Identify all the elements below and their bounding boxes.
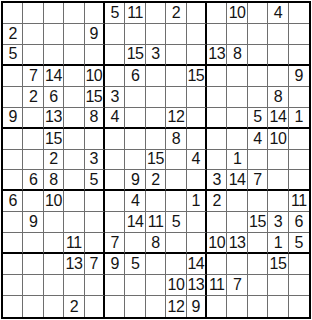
given-cell: 13 xyxy=(64,254,84,275)
empty-cell[interactable] xyxy=(146,3,166,24)
empty-cell[interactable] xyxy=(64,45,84,66)
empty-cell[interactable] xyxy=(64,66,84,87)
empty-cell[interactable] xyxy=(289,150,309,171)
given-cell: 9 xyxy=(125,170,145,191)
given-cell: 15 xyxy=(248,212,268,233)
given-cell: 15 xyxy=(125,45,145,66)
given-cell: 6 xyxy=(23,170,43,191)
empty-cell[interactable] xyxy=(64,129,84,150)
empty-cell[interactable] xyxy=(248,275,268,296)
given-cell: 4 xyxy=(268,3,288,24)
empty-cell[interactable] xyxy=(146,24,166,45)
empty-cell[interactable] xyxy=(125,296,145,317)
empty-cell[interactable] xyxy=(64,150,84,171)
given-cell: 9 xyxy=(3,108,23,129)
empty-cell[interactable] xyxy=(64,170,84,191)
empty-cell[interactable] xyxy=(187,45,207,66)
empty-cell[interactable] xyxy=(227,191,247,212)
given-cell: 4 xyxy=(187,150,207,171)
given-cell: 5 xyxy=(248,108,268,129)
empty-cell[interactable] xyxy=(105,212,125,233)
given-cell: 8 xyxy=(44,170,64,191)
empty-cell[interactable] xyxy=(187,129,207,150)
given-cell: 11 xyxy=(64,233,84,254)
given-cell: 10 xyxy=(227,3,247,24)
empty-cell[interactable] xyxy=(23,3,43,24)
given-cell: 14 xyxy=(125,212,145,233)
empty-cell[interactable] xyxy=(146,191,166,212)
empty-cell[interactable] xyxy=(227,254,247,275)
empty-cell[interactable] xyxy=(166,170,186,191)
empty-cell[interactable] xyxy=(248,24,268,45)
empty-cell[interactable] xyxy=(268,170,288,191)
empty-cell[interactable] xyxy=(248,233,268,254)
given-cell: 10 xyxy=(85,66,105,87)
given-cell: 6 xyxy=(289,212,309,233)
empty-cell[interactable] xyxy=(227,24,247,45)
empty-cell[interactable] xyxy=(23,254,43,275)
given-cell: 15 xyxy=(85,87,105,108)
given-cell: 7 xyxy=(85,254,105,275)
given-cell: 7 xyxy=(23,66,43,87)
empty-cell[interactable] xyxy=(207,129,227,150)
empty-cell[interactable] xyxy=(105,66,125,87)
empty-cell[interactable] xyxy=(125,233,145,254)
given-cell: 12 xyxy=(166,108,186,129)
empty-cell[interactable] xyxy=(64,24,84,45)
given-cell: 9 xyxy=(85,24,105,45)
empty-cell[interactable] xyxy=(268,150,288,171)
given-cell: 1 xyxy=(187,191,207,212)
given-cell: 7 xyxy=(248,170,268,191)
empty-cell[interactable] xyxy=(166,233,186,254)
empty-cell[interactable] xyxy=(187,3,207,24)
empty-cell[interactable] xyxy=(23,275,43,296)
empty-cell[interactable] xyxy=(268,191,288,212)
empty-cell[interactable] xyxy=(289,275,309,296)
empty-cell[interactable] xyxy=(64,108,84,129)
empty-cell[interactable] xyxy=(207,3,227,24)
empty-cell[interactable] xyxy=(227,129,247,150)
given-cell: 13 xyxy=(227,233,247,254)
given-cell: 8 xyxy=(268,87,288,108)
empty-cell[interactable] xyxy=(23,45,43,66)
empty-cell[interactable] xyxy=(146,66,166,87)
given-cell: 13 xyxy=(44,108,64,129)
empty-cell[interactable] xyxy=(3,66,23,87)
empty-cell[interactable] xyxy=(146,254,166,275)
empty-cell[interactable] xyxy=(85,275,105,296)
given-cell: 15 xyxy=(146,150,166,171)
given-cell: 8 xyxy=(166,129,186,150)
given-cell: 4 xyxy=(248,129,268,150)
empty-cell[interactable] xyxy=(3,212,23,233)
empty-cell[interactable] xyxy=(85,233,105,254)
empty-cell[interactable] xyxy=(85,296,105,317)
empty-cell[interactable] xyxy=(44,233,64,254)
empty-cell[interactable] xyxy=(207,296,227,317)
given-cell: 2 xyxy=(44,150,64,171)
empty-cell[interactable] xyxy=(105,45,125,66)
empty-cell[interactable] xyxy=(187,233,207,254)
empty-cell[interactable] xyxy=(125,129,145,150)
empty-cell[interactable] xyxy=(268,66,288,87)
empty-cell[interactable] xyxy=(85,45,105,66)
empty-cell[interactable] xyxy=(248,150,268,171)
empty-cell[interactable] xyxy=(166,24,186,45)
empty-cell[interactable] xyxy=(227,66,247,87)
empty-cell[interactable] xyxy=(166,66,186,87)
given-cell: 13 xyxy=(187,275,207,296)
empty-cell[interactable] xyxy=(105,129,125,150)
empty-cell[interactable] xyxy=(166,254,186,275)
given-cell: 14 xyxy=(187,254,207,275)
given-cell: 5 xyxy=(289,233,309,254)
given-cell: 15 xyxy=(44,129,64,150)
empty-cell[interactable] xyxy=(207,108,227,129)
given-cell: 1 xyxy=(268,233,288,254)
given-cell: 8 xyxy=(85,108,105,129)
given-cell: 3 xyxy=(207,170,227,191)
given-cell: 11 xyxy=(146,212,166,233)
empty-cell[interactable] xyxy=(227,296,247,317)
given-cell: 14 xyxy=(268,108,288,129)
empty-cell[interactable] xyxy=(248,66,268,87)
empty-cell[interactable] xyxy=(125,87,145,108)
empty-cell[interactable] xyxy=(268,275,288,296)
given-cell: 3 xyxy=(268,212,288,233)
empty-cell[interactable] xyxy=(268,24,288,45)
given-cell: 10 xyxy=(166,275,186,296)
given-cell: 6 xyxy=(125,66,145,87)
empty-cell[interactable] xyxy=(23,233,43,254)
given-cell: 10 xyxy=(207,233,227,254)
empty-cell[interactable] xyxy=(105,275,125,296)
given-cell: 7 xyxy=(227,275,247,296)
empty-cell[interactable] xyxy=(44,24,64,45)
empty-cell[interactable] xyxy=(3,233,23,254)
empty-cell[interactable] xyxy=(289,3,309,24)
empty-cell[interactable] xyxy=(268,296,288,317)
empty-cell[interactable] xyxy=(3,296,23,317)
empty-cell[interactable] xyxy=(23,129,43,150)
empty-cell[interactable] xyxy=(187,24,207,45)
empty-cell[interactable] xyxy=(227,212,247,233)
empty-cell[interactable] xyxy=(227,108,247,129)
given-cell: 9 xyxy=(105,254,125,275)
given-cell: 8 xyxy=(146,233,166,254)
empty-cell[interactable] xyxy=(166,45,186,66)
given-cell: 3 xyxy=(105,87,125,108)
empty-cell[interactable] xyxy=(289,87,309,108)
empty-cell[interactable] xyxy=(146,87,166,108)
given-cell: 15 xyxy=(187,66,207,87)
empty-cell[interactable] xyxy=(289,129,309,150)
given-cell: 2 xyxy=(207,191,227,212)
empty-cell[interactable] xyxy=(105,191,125,212)
given-cell: 5 xyxy=(105,3,125,24)
empty-cell[interactable] xyxy=(166,150,186,171)
given-cell: 4 xyxy=(125,191,145,212)
given-cell: 11 xyxy=(125,3,145,24)
empty-cell[interactable] xyxy=(105,24,125,45)
empty-cell[interactable] xyxy=(125,150,145,171)
empty-cell[interactable] xyxy=(85,191,105,212)
empty-cell[interactable] xyxy=(268,45,288,66)
empty-cell[interactable] xyxy=(248,191,268,212)
empty-cell[interactable] xyxy=(23,24,43,45)
given-cell: 7 xyxy=(105,233,125,254)
empty-cell[interactable] xyxy=(85,129,105,150)
given-cell: 2 xyxy=(146,170,166,191)
empty-cell[interactable] xyxy=(44,254,64,275)
given-cell: 2 xyxy=(64,296,84,317)
given-cell: 6 xyxy=(3,191,23,212)
empty-cell[interactable] xyxy=(187,87,207,108)
empty-cell[interactable] xyxy=(23,296,43,317)
given-cell: 3 xyxy=(146,45,166,66)
empty-cell[interactable] xyxy=(289,24,309,45)
empty-cell[interactable] xyxy=(64,191,84,212)
given-cell: 8 xyxy=(227,45,247,66)
empty-cell[interactable] xyxy=(146,129,166,150)
empty-cell[interactable] xyxy=(85,3,105,24)
empty-cell[interactable] xyxy=(64,275,84,296)
given-cell: 5 xyxy=(125,254,145,275)
empty-cell[interactable] xyxy=(125,275,145,296)
given-cell: 1 xyxy=(227,150,247,171)
empty-cell[interactable] xyxy=(105,296,125,317)
empty-cell[interactable] xyxy=(146,108,166,129)
empty-cell[interactable] xyxy=(23,108,43,129)
empty-cell[interactable] xyxy=(64,87,84,108)
given-cell: 4 xyxy=(105,108,125,129)
given-cell: 6 xyxy=(44,87,64,108)
given-cell: 11 xyxy=(207,275,227,296)
empty-cell[interactable] xyxy=(248,254,268,275)
empty-cell[interactable] xyxy=(3,129,23,150)
empty-cell[interactable] xyxy=(207,212,227,233)
empty-cell[interactable] xyxy=(248,3,268,24)
empty-cell[interactable] xyxy=(289,170,309,191)
given-cell: 15 xyxy=(268,254,288,275)
given-cell: 9 xyxy=(187,296,207,317)
given-cell: 10 xyxy=(44,191,64,212)
given-cell: 3 xyxy=(85,150,105,171)
empty-cell[interactable] xyxy=(105,150,125,171)
empty-cell[interactable] xyxy=(3,87,23,108)
empty-cell[interactable] xyxy=(3,275,23,296)
empty-cell[interactable] xyxy=(125,108,145,129)
empty-cell[interactable] xyxy=(3,170,23,191)
given-cell: 1 xyxy=(289,108,309,129)
given-cell: 10 xyxy=(268,129,288,150)
empty-cell[interactable] xyxy=(187,108,207,129)
empty-cell[interactable] xyxy=(3,3,23,24)
empty-cell[interactable] xyxy=(44,296,64,317)
empty-cell[interactable] xyxy=(207,254,227,275)
given-cell: 5 xyxy=(3,45,23,66)
given-cell: 9 xyxy=(23,212,43,233)
empty-cell[interactable] xyxy=(207,66,227,87)
empty-cell[interactable] xyxy=(23,150,43,171)
empty-cell[interactable] xyxy=(64,212,84,233)
empty-cell[interactable] xyxy=(44,45,64,66)
empty-cell[interactable] xyxy=(248,296,268,317)
empty-cell[interactable] xyxy=(289,254,309,275)
given-cell: 11 xyxy=(289,191,309,212)
given-cell: 2 xyxy=(3,24,23,45)
empty-cell[interactable] xyxy=(227,87,247,108)
empty-cell[interactable] xyxy=(207,87,227,108)
given-cell: 5 xyxy=(85,170,105,191)
given-cell: 14 xyxy=(44,66,64,87)
empty-cell[interactable] xyxy=(44,212,64,233)
empty-cell[interactable] xyxy=(3,150,23,171)
empty-cell[interactable] xyxy=(105,170,125,191)
given-cell: 9 xyxy=(289,66,309,87)
empty-cell[interactable] xyxy=(23,191,43,212)
empty-cell[interactable] xyxy=(207,150,227,171)
empty-cell[interactable] xyxy=(187,212,207,233)
empty-cell[interactable] xyxy=(248,87,268,108)
given-cell: 12 xyxy=(166,296,186,317)
given-cell: 5 xyxy=(166,212,186,233)
empty-cell[interactable] xyxy=(166,87,186,108)
given-cell: 2 xyxy=(166,3,186,24)
empty-cell[interactable] xyxy=(64,3,84,24)
empty-cell[interactable] xyxy=(146,296,166,317)
empty-cell[interactable] xyxy=(187,170,207,191)
empty-cell[interactable] xyxy=(44,275,64,296)
empty-cell[interactable] xyxy=(146,275,166,296)
empty-cell[interactable] xyxy=(207,24,227,45)
empty-cell[interactable] xyxy=(289,45,309,66)
empty-cell[interactable] xyxy=(289,296,309,317)
given-cell: 14 xyxy=(227,170,247,191)
empty-cell[interactable] xyxy=(3,254,23,275)
empty-cell[interactable] xyxy=(166,191,186,212)
empty-cell[interactable] xyxy=(44,3,64,24)
empty-cell[interactable] xyxy=(248,45,268,66)
empty-cell[interactable] xyxy=(85,212,105,233)
given-cell: 13 xyxy=(207,45,227,66)
empty-cell[interactable] xyxy=(125,24,145,45)
given-cell: 2 xyxy=(23,87,43,108)
sudoku-board: 5112104295153138714106159261538913841251… xyxy=(1,1,311,319)
